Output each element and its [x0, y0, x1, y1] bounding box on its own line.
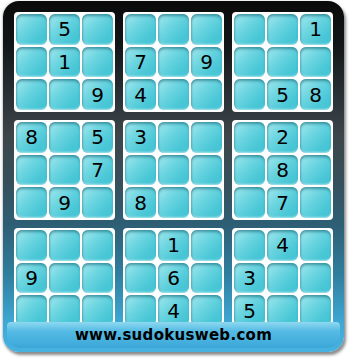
cell-r8c8[interactable] — [267, 263, 298, 294]
box-5: 38 — [123, 120, 224, 220]
cell-r8c7[interactable]: 3 — [234, 263, 265, 294]
cell-r8c6[interactable] — [191, 263, 222, 294]
cell-r3c8[interactable]: 5 — [267, 79, 298, 110]
cell-r2c5[interactable] — [158, 47, 189, 78]
cell-r6c6[interactable] — [191, 187, 222, 218]
cell-r1c5[interactable] — [158, 14, 189, 45]
cell-r1c1[interactable] — [16, 14, 47, 45]
cell-r6c8[interactable]: 7 — [267, 187, 298, 218]
cell-r7c3[interactable] — [82, 230, 113, 261]
cell-r4c6[interactable] — [191, 122, 222, 153]
cell-r1c9[interactable]: 1 — [300, 14, 331, 45]
cell-r3c7[interactable] — [234, 79, 265, 110]
cell-r6c9[interactable] — [300, 187, 331, 218]
cell-r1c6[interactable] — [191, 14, 222, 45]
cell-r4c2[interactable] — [49, 122, 80, 153]
cell-r7c7[interactable] — [234, 230, 265, 261]
box-7: 9 — [14, 228, 115, 328]
cell-r6c1[interactable] — [16, 187, 47, 218]
cell-r3c6[interactable] — [191, 79, 222, 110]
cell-r7c2[interactable] — [49, 230, 80, 261]
cell-r5c6[interactable] — [191, 155, 222, 186]
cell-r3c3[interactable]: 9 — [82, 79, 113, 110]
cell-r5c7[interactable] — [234, 155, 265, 186]
cell-r3c2[interactable] — [49, 79, 80, 110]
cell-r6c3[interactable] — [82, 187, 113, 218]
cell-r4c1[interactable]: 8 — [16, 122, 47, 153]
box-3: 158 — [232, 12, 333, 112]
cell-r2c3[interactable] — [82, 47, 113, 78]
cell-r1c3[interactable] — [82, 14, 113, 45]
cell-r3c4[interactable]: 4 — [125, 79, 156, 110]
cell-r4c3[interactable]: 5 — [82, 122, 113, 153]
cell-r2c6[interactable]: 9 — [191, 47, 222, 78]
box-9: 435 — [232, 228, 333, 328]
cell-r5c8[interactable]: 8 — [267, 155, 298, 186]
box-1: 519 — [14, 12, 115, 112]
cell-r8c2[interactable] — [49, 263, 80, 294]
cell-r8c5[interactable]: 6 — [158, 263, 189, 294]
cell-r1c7[interactable] — [234, 14, 265, 45]
cell-r6c5[interactable] — [158, 187, 189, 218]
sudoku-page: 5197941588579382879164435 www.sudokusweb… — [0, 0, 350, 360]
sudoku-grid: 5197941588579382879164435 — [14, 12, 333, 328]
cell-r2c2[interactable]: 1 — [49, 47, 80, 78]
cell-r7c9[interactable] — [300, 230, 331, 261]
footer-bar: www.sudokusweb.com — [7, 322, 340, 348]
cell-r1c2[interactable]: 5 — [49, 14, 80, 45]
cell-r5c1[interactable] — [16, 155, 47, 186]
box-8: 164 — [123, 228, 224, 328]
cell-r5c2[interactable] — [49, 155, 80, 186]
cell-r5c5[interactable] — [158, 155, 189, 186]
cell-r8c1[interactable]: 9 — [16, 263, 47, 294]
cell-r8c3[interactable] — [82, 263, 113, 294]
cell-r3c9[interactable]: 8 — [300, 79, 331, 110]
cell-r5c4[interactable] — [125, 155, 156, 186]
cell-r4c5[interactable] — [158, 122, 189, 153]
cell-r6c4[interactable]: 8 — [125, 187, 156, 218]
site-link[interactable]: www.sudokusweb.com — [75, 326, 272, 344]
cell-r5c3[interactable]: 7 — [82, 155, 113, 186]
box-2: 794 — [123, 12, 224, 112]
cell-r2c9[interactable] — [300, 47, 331, 78]
cell-r2c7[interactable] — [234, 47, 265, 78]
board-frame: 5197941588579382879164435 www.sudokusweb… — [3, 1, 344, 352]
cell-r4c8[interactable]: 2 — [267, 122, 298, 153]
cell-r7c5[interactable]: 1 — [158, 230, 189, 261]
cell-r3c1[interactable] — [16, 79, 47, 110]
cell-r2c1[interactable] — [16, 47, 47, 78]
cell-r7c6[interactable] — [191, 230, 222, 261]
cell-r7c4[interactable] — [125, 230, 156, 261]
cell-r4c9[interactable] — [300, 122, 331, 153]
box-6: 287 — [232, 120, 333, 220]
cell-r6c2[interactable]: 9 — [49, 187, 80, 218]
cell-r3c5[interactable] — [158, 79, 189, 110]
cell-r2c8[interactable] — [267, 47, 298, 78]
box-4: 8579 — [14, 120, 115, 220]
cell-r1c4[interactable] — [125, 14, 156, 45]
cell-r4c7[interactable] — [234, 122, 265, 153]
cell-r7c8[interactable]: 4 — [267, 230, 298, 261]
cell-r6c7[interactable] — [234, 187, 265, 218]
cell-r1c8[interactable] — [267, 14, 298, 45]
cell-r4c4[interactable]: 3 — [125, 122, 156, 153]
cell-r7c1[interactable] — [16, 230, 47, 261]
cell-r8c9[interactable] — [300, 263, 331, 294]
cell-r8c4[interactable] — [125, 263, 156, 294]
cell-r5c9[interactable] — [300, 155, 331, 186]
cell-r2c4[interactable]: 7 — [125, 47, 156, 78]
